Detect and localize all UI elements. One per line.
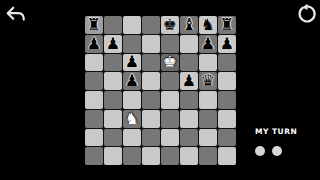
square-e4[interactable] [161, 91, 179, 109]
square-c7[interactable] [123, 35, 141, 53]
restart-arrow-icon [295, 3, 317, 25]
square-h1[interactable] [218, 147, 236, 165]
square-f4[interactable] [180, 91, 198, 109]
square-d8[interactable] [142, 16, 160, 34]
square-c2[interactable] [123, 129, 141, 147]
square-b5[interactable] [104, 72, 122, 90]
square-f8[interactable]: ♝ [180, 16, 198, 34]
square-h5[interactable] [218, 72, 236, 90]
piece-black-rook[interactable]: ♜ [87, 16, 101, 32]
square-d2[interactable] [142, 129, 160, 147]
square-h7[interactable]: ♟ [218, 35, 236, 53]
piece-black-knight[interactable]: ♞ [201, 16, 215, 32]
restart-button[interactable] [295, 3, 317, 25]
square-f3[interactable] [180, 110, 198, 128]
square-d5[interactable] [142, 72, 160, 90]
square-c3[interactable]: ♞ [123, 110, 141, 128]
piece-black-pawn[interactable]: ♟ [106, 35, 120, 51]
square-c1[interactable] [123, 147, 141, 165]
square-e3[interactable] [161, 110, 179, 128]
square-a4[interactable] [85, 91, 103, 109]
square-b1[interactable] [104, 147, 122, 165]
square-g6[interactable] [199, 54, 217, 72]
turn-panel: MY TURN [255, 127, 315, 156]
square-f6[interactable] [180, 54, 198, 72]
square-d3[interactable] [142, 110, 160, 128]
piece-black-king[interactable]: ♚ [163, 16, 177, 32]
piece-black-bishop[interactable]: ♝ [182, 16, 196, 32]
piece-black-pawn[interactable]: ♟ [220, 35, 234, 51]
square-g4[interactable] [199, 91, 217, 109]
piece-black-rook[interactable]: ♜ [220, 16, 234, 32]
square-e7[interactable] [161, 35, 179, 53]
player-dot-1 [255, 146, 265, 156]
square-f1[interactable] [180, 147, 198, 165]
square-a3[interactable] [85, 110, 103, 128]
square-e5[interactable] [161, 72, 179, 90]
square-f7[interactable] [180, 35, 198, 53]
piece-black-pawn[interactable]: ♟ [125, 54, 139, 70]
square-g8[interactable]: ♞ [199, 16, 217, 34]
square-b2[interactable] [104, 129, 122, 147]
square-c8[interactable] [123, 16, 141, 34]
square-a8[interactable]: ♜ [85, 16, 103, 34]
turn-indicator-label: MY TURN [255, 127, 315, 136]
square-d7[interactable] [142, 35, 160, 53]
square-c6[interactable]: ♟ [123, 54, 141, 72]
square-h4[interactable] [218, 91, 236, 109]
chess-board: ♜♚♝♞♜♟♟♟♟♟♚♟♟♛♞ [85, 16, 236, 165]
square-e2[interactable] [161, 129, 179, 147]
square-d1[interactable] [142, 147, 160, 165]
piece-white-knight[interactable]: ♞ [125, 110, 139, 126]
player-dot-2 [272, 146, 282, 156]
square-b4[interactable] [104, 91, 122, 109]
square-f2[interactable] [180, 129, 198, 147]
square-b6[interactable] [104, 54, 122, 72]
square-h6[interactable] [218, 54, 236, 72]
undo-button[interactable] [5, 4, 27, 26]
undo-arrow-icon [5, 4, 27, 26]
square-a7[interactable]: ♟ [85, 35, 103, 53]
square-e1[interactable] [161, 147, 179, 165]
piece-black-pawn[interactable]: ♟ [87, 35, 101, 51]
square-a5[interactable] [85, 72, 103, 90]
square-h3[interactable] [218, 110, 236, 128]
piece-black-pawn[interactable]: ♟ [125, 73, 139, 89]
square-c5[interactable]: ♟ [123, 72, 141, 90]
square-g7[interactable]: ♟ [199, 35, 217, 53]
square-b7[interactable]: ♟ [104, 35, 122, 53]
piece-black-pawn[interactable]: ♟ [182, 73, 196, 89]
square-c4[interactable] [123, 91, 141, 109]
square-d4[interactable] [142, 91, 160, 109]
square-b8[interactable] [104, 16, 122, 34]
square-e8[interactable]: ♚ [161, 16, 179, 34]
square-g3[interactable] [199, 110, 217, 128]
square-g1[interactable] [199, 147, 217, 165]
square-b3[interactable] [104, 110, 122, 128]
piece-black-pawn[interactable]: ♟ [201, 35, 215, 51]
square-g5[interactable]: ♛ [199, 72, 217, 90]
square-a1[interactable] [85, 147, 103, 165]
square-h2[interactable] [218, 129, 236, 147]
square-a6[interactable] [85, 54, 103, 72]
square-e6[interactable]: ♚ [161, 54, 179, 72]
player-dots [255, 146, 315, 156]
square-a2[interactable] [85, 129, 103, 147]
square-g2[interactable] [199, 129, 217, 147]
square-d6[interactable] [142, 54, 160, 72]
piece-white-king[interactable]: ♚ [163, 54, 177, 70]
piece-black-queen[interactable]: ♛ [201, 73, 215, 89]
square-h8[interactable]: ♜ [218, 16, 236, 34]
square-f5[interactable]: ♟ [180, 72, 198, 90]
